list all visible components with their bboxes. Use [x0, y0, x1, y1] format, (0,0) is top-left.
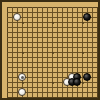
star-point [22, 82, 24, 84]
grid-line-vertical [57, 7, 58, 98]
star-point [82, 22, 84, 24]
last-move-marker [21, 76, 24, 79]
star-point [52, 52, 54, 54]
star-point [82, 52, 84, 54]
grid-line-horizontal [7, 57, 98, 58]
grid-line-vertical [92, 7, 93, 98]
grid-line-horizontal [7, 62, 98, 63]
go-board[interactable] [0, 0, 100, 100]
black-stone-O4[interactable] [73, 78, 81, 86]
grid-line-vertical [97, 7, 98, 98]
star-point [22, 22, 24, 24]
star-point [22, 52, 24, 54]
black-stone-R5[interactable] [83, 73, 91, 81]
white-stone-C17[interactable] [13, 13, 21, 21]
white-stone-D2[interactable] [18, 88, 26, 96]
grid-line-horizontal [7, 67, 98, 68]
star-point [82, 82, 84, 84]
white-stone-D5[interactable] [18, 73, 26, 81]
star-point [52, 22, 54, 24]
black-stone-R17[interactable] [83, 13, 91, 21]
star-point [52, 82, 54, 84]
grid-line-horizontal [7, 97, 98, 98]
